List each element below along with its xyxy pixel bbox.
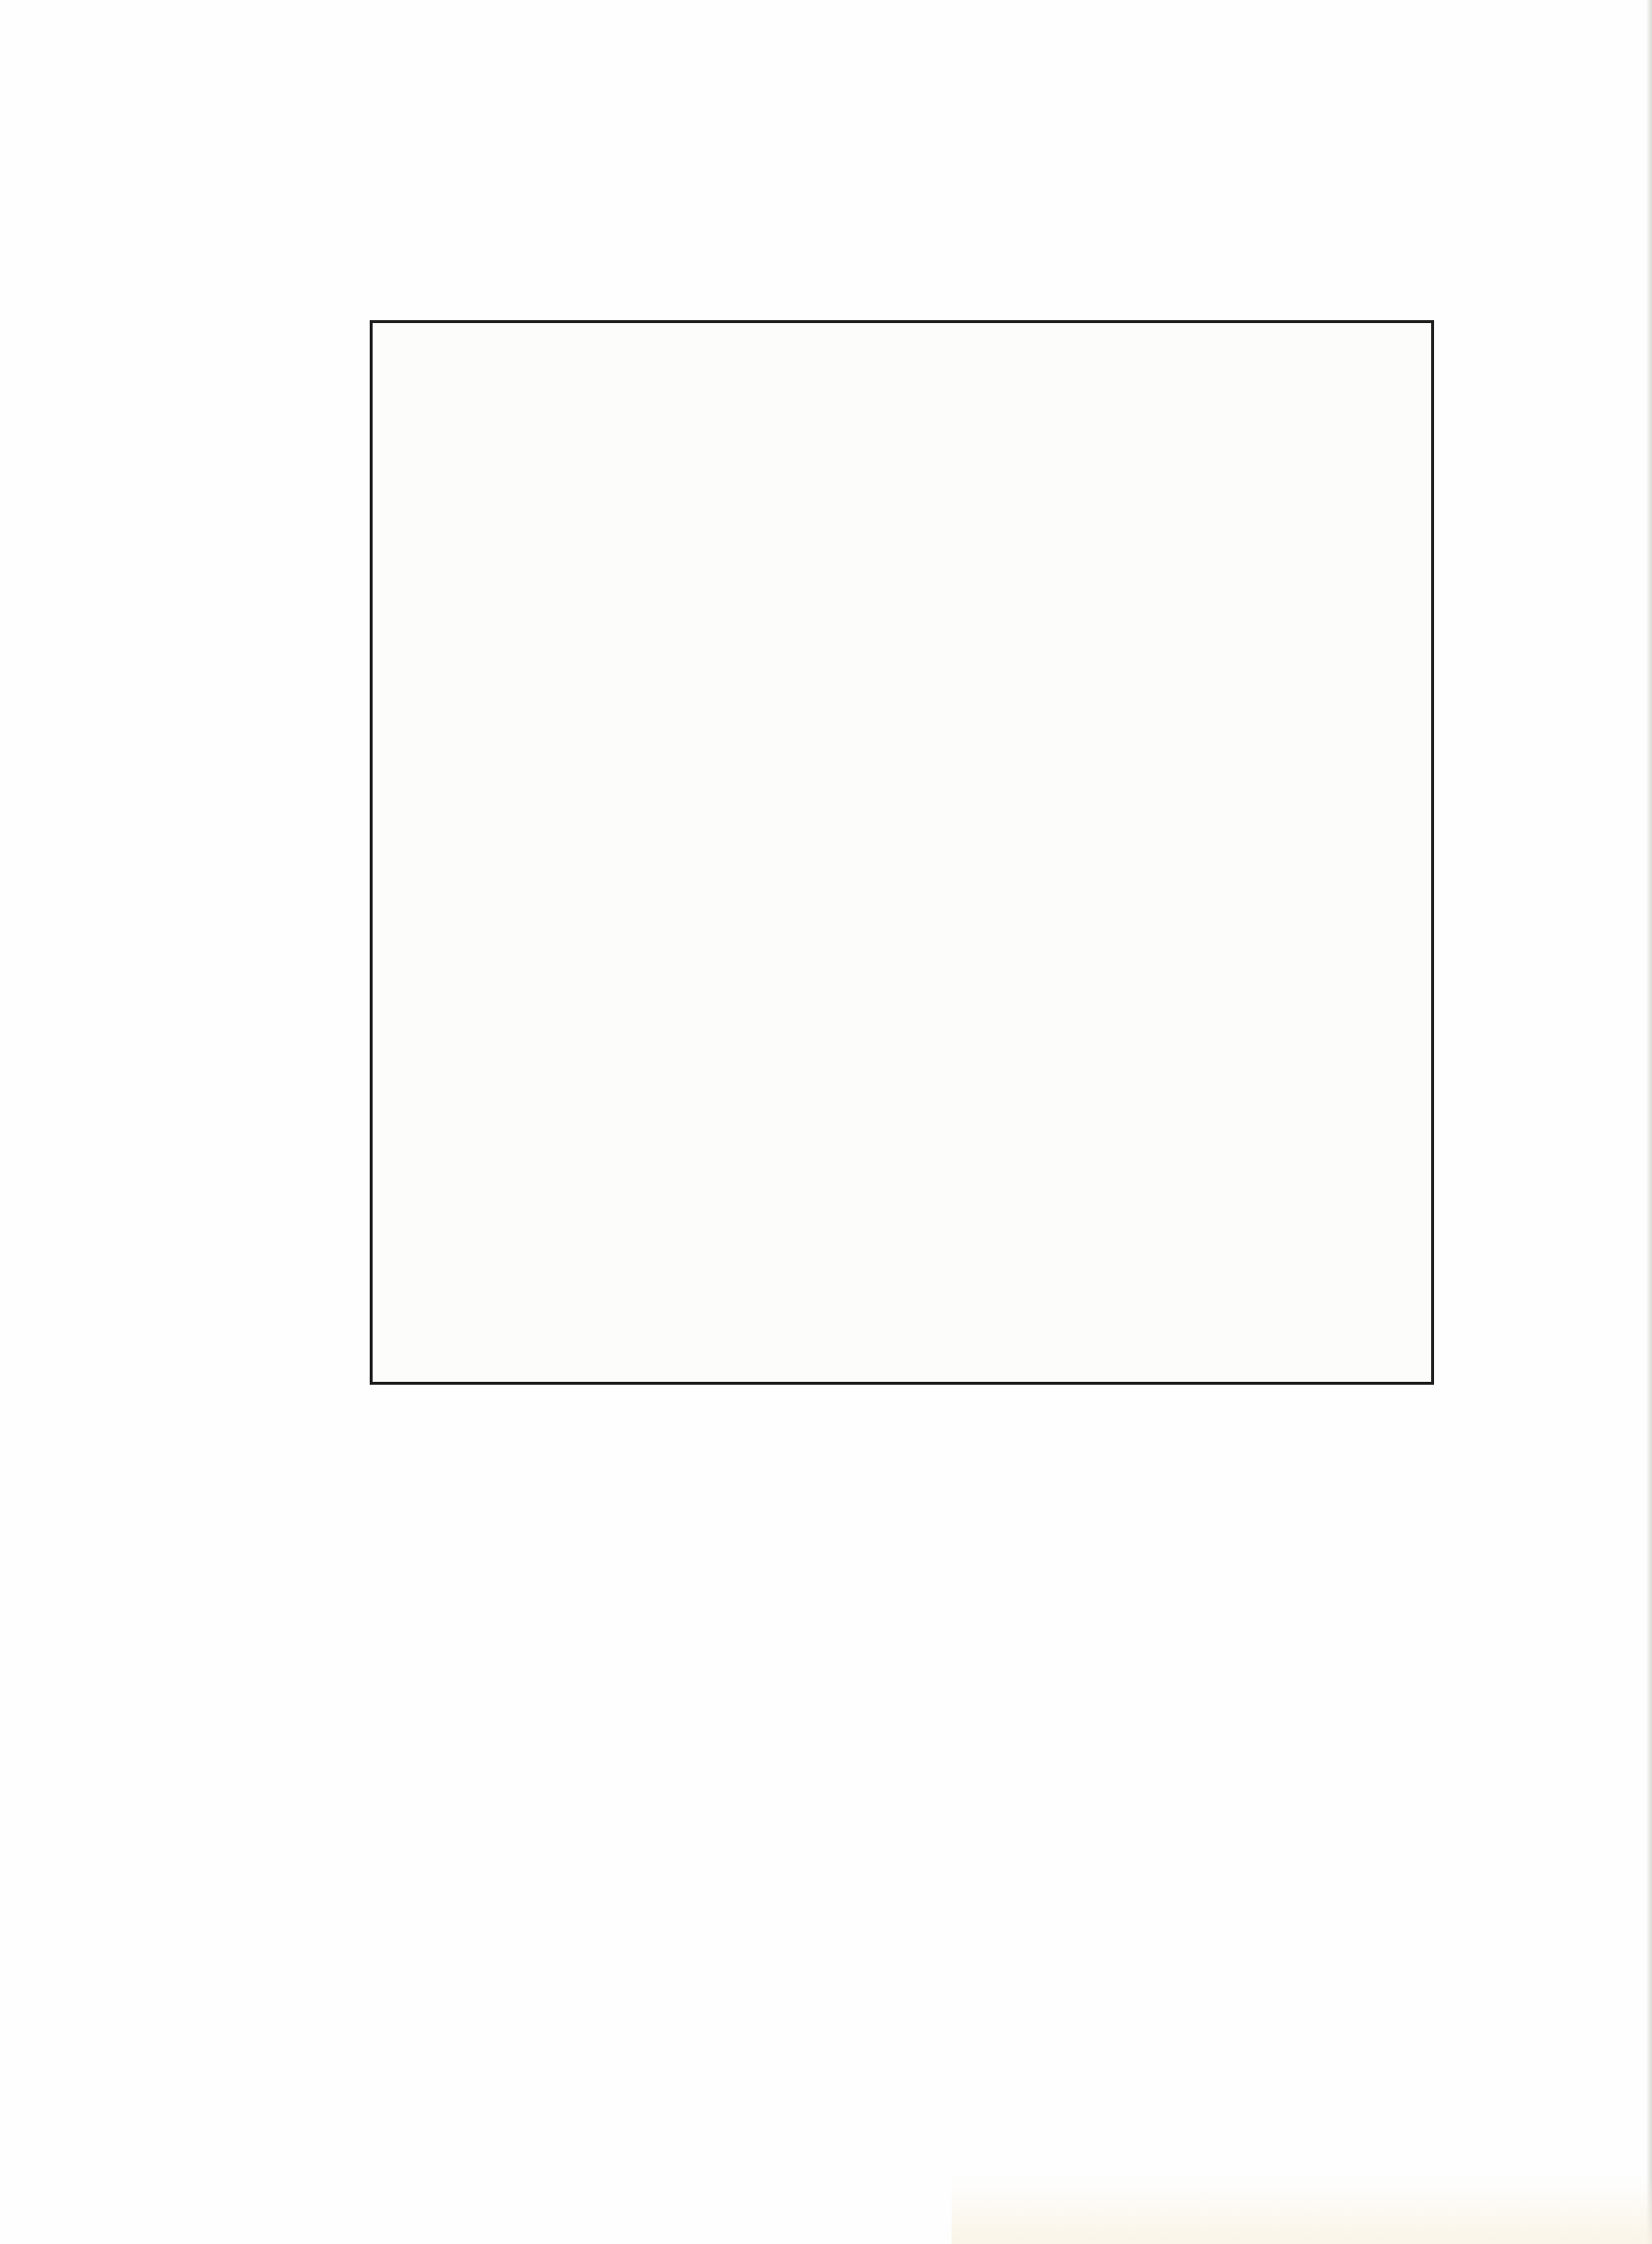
book-page: [0, 0, 1652, 2244]
page-bottom-tint: [952, 2176, 1652, 2244]
chapter-side-label: [24, 86, 238, 1137]
crossword-grid[interactable]: [370, 320, 1434, 1385]
flower-border-icon: [199, 45, 1547, 130]
page-edge-shadow: [1646, 0, 1652, 2244]
